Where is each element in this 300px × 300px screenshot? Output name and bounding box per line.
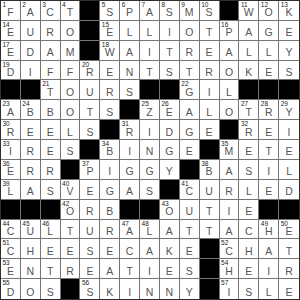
cell-letter: R xyxy=(245,127,253,140)
cell-number: 27 xyxy=(241,101,248,108)
cell-number: 26 xyxy=(161,101,168,108)
cell-letter: T xyxy=(186,67,192,80)
grid-cell[interactable]: B xyxy=(41,100,61,120)
grid-cell[interactable]: 11W xyxy=(239,1,259,21)
grid-cell[interactable]: A xyxy=(259,239,279,259)
grid-cell[interactable]: T xyxy=(200,220,220,240)
cell-number: 51 xyxy=(3,240,10,247)
black-cell xyxy=(140,200,160,220)
cell-letter: R xyxy=(265,107,273,120)
cell-letter: R xyxy=(7,127,15,140)
cell-letter: N xyxy=(26,266,34,279)
grid-cell[interactable]: 3C xyxy=(41,1,61,21)
grid-cell[interactable]: I xyxy=(200,80,220,100)
grid-cell[interactable]: A xyxy=(220,160,240,180)
cell-letter: S xyxy=(245,166,252,179)
grid-cell[interactable]: L xyxy=(61,120,81,140)
grid-cell[interactable]: 2A xyxy=(21,1,41,21)
black-cell xyxy=(259,200,279,220)
grid-cell[interactable]: I xyxy=(140,120,160,140)
grid-cell[interactable]: M xyxy=(61,41,81,61)
cell-letter: A xyxy=(126,47,133,60)
cell-letter: C xyxy=(7,226,15,239)
cell-letter: W xyxy=(244,7,254,20)
grid-cell[interactable]: 34B xyxy=(100,140,120,160)
grid-cell[interactable]: 20R xyxy=(80,61,100,81)
grid-cell[interactable]: O xyxy=(61,21,81,41)
cell-letter: B xyxy=(27,107,34,120)
cell-letter: K xyxy=(286,7,293,20)
grid-cell[interactable]: H xyxy=(21,239,41,259)
grid-cell[interactable]: I xyxy=(120,279,140,299)
grid-cell[interactable]: I xyxy=(100,160,120,180)
grid-cell[interactable]: E xyxy=(80,259,100,279)
grid-cell[interactable]: 14E xyxy=(1,21,21,41)
grid-cell[interactable]: 51C xyxy=(1,239,21,259)
cell-letter: E xyxy=(86,186,93,199)
cell-letter: L xyxy=(286,166,292,179)
grid-cell[interactable]: 6P xyxy=(120,1,140,21)
grid-cell[interactable]: U xyxy=(80,220,100,240)
grid-cell[interactable]: 56S xyxy=(80,279,100,299)
grid-cell[interactable]: 39L xyxy=(1,180,21,200)
cell-number: 31 xyxy=(122,121,129,128)
grid-cell[interactable]: 57I xyxy=(220,279,240,299)
grid-cell[interactable]: E xyxy=(41,120,61,140)
grid-cell[interactable]: 32R xyxy=(239,120,259,140)
grid-cell[interactable]: E xyxy=(41,140,61,160)
grid-cell[interactable]: G xyxy=(120,160,140,180)
cell-letter: L xyxy=(147,226,153,239)
grid-cell[interactable]: I xyxy=(21,61,41,81)
cell-letter: K xyxy=(106,287,113,300)
grid-cell[interactable]: 50E xyxy=(279,220,299,240)
grid-cell[interactable]: Y xyxy=(279,41,299,61)
grid-cell[interactable]: E xyxy=(239,200,259,220)
grid-cell[interactable]: L xyxy=(200,100,220,120)
grid-cell[interactable]: S xyxy=(100,100,120,120)
grid-cell[interactable]: 30R xyxy=(1,120,21,140)
grid-cell[interactable]: F xyxy=(41,61,61,81)
cell-letter: A xyxy=(225,226,232,239)
grid-cell[interactable]: N xyxy=(21,259,41,279)
grid-cell[interactable]: B xyxy=(100,200,120,220)
grid-cell[interactable]: A xyxy=(120,180,140,200)
cell-letter: L xyxy=(127,27,133,40)
cell-letter: E xyxy=(206,127,213,140)
cell-letter: O xyxy=(165,206,173,219)
grid-cell[interactable]: 5S xyxy=(100,1,120,21)
grid-cell[interactable]: N xyxy=(140,279,160,299)
cell-letter: I xyxy=(9,146,12,159)
grid-cell[interactable]: F xyxy=(61,61,81,81)
cell-letter: N xyxy=(146,287,154,300)
grid-cell[interactable]: 28R xyxy=(259,100,279,120)
grid-cell[interactable]: G xyxy=(100,180,120,200)
cell-number: 54 xyxy=(221,260,228,267)
cell-letter: Z xyxy=(146,107,152,120)
cell-number: 15 xyxy=(102,22,109,29)
grid-cell[interactable]: 16P xyxy=(220,21,240,41)
grid-cell[interactable]: Y xyxy=(160,160,180,180)
grid-cell[interactable]: S xyxy=(239,160,259,180)
grid-cell[interactable]: L xyxy=(140,21,160,41)
grid-cell[interactable]: E xyxy=(100,239,120,259)
grid-cell[interactable]: T xyxy=(259,140,279,160)
grid-cell[interactable]: T xyxy=(160,41,180,61)
grid-cell[interactable]: E xyxy=(279,140,299,160)
grid-cell[interactable]: 15E xyxy=(100,21,120,41)
grid-cell[interactable]: 26E xyxy=(160,100,180,120)
cell-letter: T xyxy=(87,107,93,120)
grid-cell[interactable]: T xyxy=(120,259,140,279)
cell-letter: R xyxy=(86,67,94,80)
grid-cell[interactable]: G xyxy=(160,140,180,160)
grid-cell[interactable]: E xyxy=(279,21,299,41)
grid-cell[interactable]: S xyxy=(80,239,100,259)
cell-letter: I xyxy=(267,166,270,179)
cell-letter: T xyxy=(246,107,252,120)
cell-letter: L xyxy=(266,47,272,60)
black-cell xyxy=(200,140,220,160)
cell-letter: V xyxy=(67,186,74,199)
grid-cell[interactable]: E xyxy=(80,180,100,200)
grid-cell[interactable]: 1F xyxy=(1,1,21,21)
grid-cell[interactable]: O xyxy=(21,279,41,299)
cell-letter: M xyxy=(66,47,75,60)
grid-cell[interactable]: G xyxy=(140,160,160,180)
grid-cell[interactable]: E xyxy=(259,180,279,200)
grid-cell[interactable]: A xyxy=(100,259,120,279)
grid-cell[interactable]: E xyxy=(160,259,180,279)
grid-cell[interactable]: 36E xyxy=(1,160,21,180)
cell-letter: D xyxy=(285,186,293,199)
grid-cell[interactable]: U xyxy=(21,21,41,41)
cell-letter: O xyxy=(66,87,74,100)
cell-number: 3 xyxy=(42,2,46,9)
grid-cell[interactable]: U xyxy=(200,180,220,200)
grid-cell[interactable]: Y xyxy=(180,279,200,299)
cell-number: 41 xyxy=(181,181,188,188)
grid-cell[interactable]: R xyxy=(180,41,200,61)
grid-cell[interactable]: I xyxy=(259,259,279,279)
grid-cell[interactable]: A xyxy=(140,239,160,259)
grid-cell[interactable]: 38B xyxy=(200,160,220,180)
grid-cell[interactable]: 22G xyxy=(180,80,200,100)
grid-cell[interactable]: 45U xyxy=(21,220,41,240)
grid-cell[interactable]: I xyxy=(259,160,279,180)
grid-cell[interactable]: S xyxy=(41,279,61,299)
cell-letter: Y xyxy=(286,107,293,120)
grid-cell[interactable]: A xyxy=(239,21,259,41)
grid-cell[interactable]: A xyxy=(160,220,180,240)
grid-cell[interactable]: L xyxy=(259,279,279,299)
grid-cell[interactable]: T xyxy=(200,21,220,41)
black-cell xyxy=(80,41,100,61)
grid-cell[interactable]: K xyxy=(239,61,259,81)
grid-cell[interactable]: 17E xyxy=(1,41,21,61)
grid-cell[interactable]: O xyxy=(180,21,200,41)
cell-letter: R xyxy=(285,266,293,279)
grid-cell[interactable]: 19D xyxy=(1,61,21,81)
cell-letter: T xyxy=(186,226,192,239)
grid-cell[interactable]: 9M xyxy=(180,1,200,21)
grid-cell[interactable]: T xyxy=(80,100,100,120)
grid-cell[interactable]: 48L xyxy=(140,220,160,240)
cell-letter: E xyxy=(245,206,252,219)
grid-cell[interactable]: K xyxy=(160,239,180,259)
cell-letter: O xyxy=(66,27,74,40)
grid-cell[interactable]: R xyxy=(41,160,61,180)
grid-cell[interactable]: A xyxy=(220,220,240,240)
grid-cell[interactable]: C xyxy=(120,239,140,259)
grid-cell[interactable]: 40V xyxy=(61,180,81,200)
grid-cell[interactable]: 18W xyxy=(100,41,120,61)
cell-number: 2 xyxy=(22,2,26,9)
grid-cell[interactable]: T xyxy=(41,259,61,279)
grid-cell[interactable]: 33I xyxy=(1,140,21,160)
grid-cell[interactable]: R xyxy=(100,80,120,100)
grid-cell[interactable]: S xyxy=(41,180,61,200)
cell-letter: R xyxy=(26,146,34,159)
grid-cell[interactable]: E xyxy=(180,140,200,160)
grid-cell[interactable]: 44C xyxy=(1,220,21,240)
cell-letter: G xyxy=(185,127,193,140)
grid-cell[interactable]: E xyxy=(239,259,259,279)
black-cell xyxy=(239,80,259,100)
cell-number: 37 xyxy=(82,161,89,168)
cell-letter: O xyxy=(225,67,233,80)
grid-cell[interactable]: 8S xyxy=(160,1,180,21)
grid-cell[interactable]: S xyxy=(180,259,200,279)
grid-cell[interactable]: A xyxy=(41,41,61,61)
grid-cell[interactable]: 41C xyxy=(180,180,200,200)
cell-letter: I xyxy=(208,87,211,100)
grid-cell[interactable]: E xyxy=(41,239,61,259)
cell-letter: I xyxy=(148,266,151,279)
cell-number: 48 xyxy=(142,221,149,228)
cell-number: 13 xyxy=(281,2,288,9)
grid-cell[interactable]: T xyxy=(279,239,299,259)
grid-cell[interactable]: U xyxy=(180,200,200,220)
grid-cell[interactable]: S xyxy=(160,61,180,81)
cell-letter: H xyxy=(265,226,273,239)
grid-cell[interactable]: C xyxy=(239,220,259,240)
grid-cell[interactable]: 54H xyxy=(220,259,240,279)
grid-cell[interactable]: K xyxy=(100,279,120,299)
grid-cell[interactable]: S xyxy=(239,279,259,299)
cell-letter: E xyxy=(166,107,173,120)
grid-cell[interactable]: S xyxy=(120,80,140,100)
grid-cell[interactable]: 27T xyxy=(239,100,259,120)
grid-cell[interactable]: S xyxy=(140,180,160,200)
grid-cell[interactable]: E xyxy=(259,120,279,140)
grid-cell[interactable]: N xyxy=(140,140,160,160)
cell-letter: A xyxy=(27,186,34,199)
cell-number: 44 xyxy=(3,221,10,228)
grid-cell[interactable]: 52C xyxy=(220,239,240,259)
cell-number: 29 xyxy=(281,101,288,108)
grid-cell[interactable]: R xyxy=(21,160,41,180)
grid-cell[interactable]: 21T xyxy=(41,80,61,100)
cell-letter: B xyxy=(106,206,113,219)
grid-cell[interactable]: I xyxy=(120,140,140,160)
cell-letter: K xyxy=(245,67,252,80)
cell-letter: R xyxy=(66,266,74,279)
cell-letter: L xyxy=(246,186,252,199)
grid-cell[interactable]: U xyxy=(80,80,100,100)
cell-letter: O xyxy=(265,7,273,20)
grid-cell[interactable]: E xyxy=(239,140,259,160)
grid-cell[interactable]: L xyxy=(279,160,299,180)
grid-cell[interactable]: 43O xyxy=(160,200,180,220)
grid-cell[interactable]: 23A xyxy=(1,100,21,120)
grid-cell[interactable]: 31R xyxy=(120,120,140,140)
grid-cell[interactable]: G xyxy=(180,120,200,140)
grid-cell[interactable]: I xyxy=(220,200,240,220)
cell-letter: S xyxy=(166,7,173,20)
grid-cell[interactable]: R xyxy=(21,140,41,160)
cell-letter: S xyxy=(86,246,93,259)
grid-cell[interactable]: 42O xyxy=(61,200,81,220)
grid-cell[interactable]: L xyxy=(239,180,259,200)
grid-cell[interactable]: 4T xyxy=(61,1,81,21)
cell-letter: T xyxy=(206,27,212,40)
cell-letter: S xyxy=(47,287,54,300)
grid-cell[interactable]: S xyxy=(279,61,299,81)
grid-cell[interactable]: 13K xyxy=(279,1,299,21)
grid-cell[interactable]: 7A xyxy=(140,1,160,21)
cell-letter: H xyxy=(26,246,34,259)
grid-cell[interactable]: E xyxy=(180,239,200,259)
grid-cell[interactable]: T xyxy=(140,61,160,81)
grid-cell[interactable]: S xyxy=(61,140,81,160)
grid-cell[interactable]: R xyxy=(61,259,81,279)
cell-letter: T xyxy=(166,47,172,60)
grid-cell[interactable]: A xyxy=(21,180,41,200)
cell-number: 25 xyxy=(142,101,149,108)
black-cell xyxy=(200,239,220,259)
grid-cell[interactable]: D xyxy=(21,41,41,61)
grid-cell[interactable]: T xyxy=(180,61,200,81)
grid-cell[interactable]: G xyxy=(259,21,279,41)
grid-cell[interactable]: 47A xyxy=(120,220,140,240)
grid-cell[interactable]: L xyxy=(120,21,140,41)
grid-cell[interactable]: 37P xyxy=(80,160,100,180)
grid-cell[interactable]: 24B xyxy=(21,100,41,120)
grid-cell[interactable]: D xyxy=(160,120,180,140)
grid-cell[interactable]: 53E xyxy=(1,259,21,279)
cell-number: 38 xyxy=(201,161,208,168)
cell-letter: O xyxy=(66,206,74,219)
grid-cell[interactable]: 35M xyxy=(220,140,240,160)
grid-cell[interactable]: E xyxy=(279,279,299,299)
grid-cell[interactable]: L xyxy=(220,80,240,100)
grid-cell[interactable]: T xyxy=(180,220,200,240)
grid-cell[interactable]: E xyxy=(61,239,81,259)
grid-cell[interactable]: 49H xyxy=(259,220,279,240)
cell-letter: T xyxy=(67,7,73,20)
cell-letter: B xyxy=(106,146,113,159)
grid-cell[interactable]: I xyxy=(140,259,160,279)
grid-cell[interactable]: I xyxy=(140,41,160,61)
grid-cell[interactable]: R xyxy=(41,21,61,41)
grid-cell[interactable]: N xyxy=(160,279,180,299)
grid-cell[interactable]: A xyxy=(120,41,140,61)
grid-cell[interactable]: O xyxy=(220,100,240,120)
grid-cell[interactable]: L xyxy=(259,41,279,61)
cell-letter: I xyxy=(29,67,32,80)
grid-cell[interactable]: I xyxy=(160,21,180,41)
cell-letter: G xyxy=(265,27,273,40)
cell-letter: D xyxy=(26,47,34,60)
cell-letter: S xyxy=(126,87,133,100)
cell-letter: U xyxy=(86,226,94,239)
grid-cell[interactable]: R xyxy=(220,180,240,200)
grid-cell[interactable]: A xyxy=(180,100,200,120)
grid-cell[interactable]: R xyxy=(279,259,299,279)
grid-cell[interactable]: 46L xyxy=(41,220,61,240)
grid-cell[interactable]: T xyxy=(61,220,81,240)
grid-cell[interactable]: 10S xyxy=(200,1,220,21)
cell-number: 4 xyxy=(62,2,66,9)
grid-cell[interactable]: 25Z xyxy=(140,100,160,120)
grid-cell[interactable]: R xyxy=(100,220,120,240)
grid-cell[interactable]: O xyxy=(61,80,81,100)
grid-cell[interactable]: O xyxy=(61,100,81,120)
grid-cell[interactable]: E xyxy=(200,120,220,140)
grid-cell[interactable]: S xyxy=(80,120,100,140)
black-cell xyxy=(200,279,220,299)
grid-cell[interactable]: E xyxy=(100,61,120,81)
cell-letter: G xyxy=(165,146,173,159)
grid-cell[interactable]: E xyxy=(200,41,220,61)
cell-number: 33 xyxy=(3,141,10,148)
grid-cell[interactable]: R xyxy=(80,200,100,220)
cell-letter: E xyxy=(7,47,14,60)
grid-cell[interactable]: L xyxy=(239,41,259,61)
grid-cell[interactable]: N xyxy=(120,61,140,81)
grid-cell[interactable]: O xyxy=(220,61,240,81)
cell-letter: A xyxy=(146,7,153,20)
grid-cell[interactable]: 29Y xyxy=(279,100,299,120)
black-cell xyxy=(21,80,41,100)
grid-cell[interactable]: H xyxy=(239,239,259,259)
cell-letter: S xyxy=(106,7,113,20)
grid-cell[interactable]: E xyxy=(259,61,279,81)
cell-letter: K xyxy=(166,246,173,259)
cell-number: 34 xyxy=(102,141,109,148)
cell-letter: H xyxy=(245,246,253,259)
cell-letter: I xyxy=(108,166,111,179)
grid-cell[interactable]: T xyxy=(200,200,220,220)
grid-cell[interactable]: R xyxy=(200,61,220,81)
grid-cell[interactable]: I xyxy=(279,120,299,140)
grid-cell[interactable]: 55D xyxy=(1,279,21,299)
grid-cell[interactable]: D xyxy=(279,180,299,200)
cell-letter: A xyxy=(225,166,232,179)
grid-cell[interactable]: E xyxy=(21,120,41,140)
cell-letter: S xyxy=(286,67,293,80)
black-cell xyxy=(80,21,100,41)
grid-cell[interactable]: 12O xyxy=(259,1,279,21)
black-cell xyxy=(120,200,140,220)
grid-cell[interactable]: A xyxy=(220,41,240,61)
cell-letter: E xyxy=(265,186,272,199)
cell-letter: S xyxy=(166,67,173,80)
cell-number: 46 xyxy=(42,221,49,228)
cell-letter: R xyxy=(205,67,213,80)
